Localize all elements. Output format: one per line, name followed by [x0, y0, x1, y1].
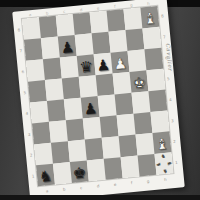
square-b2[interactable] [51, 141, 70, 164]
square-e1[interactable] [104, 157, 123, 180]
square-a7[interactable] [24, 38, 43, 61]
square-e5[interactable] [96, 74, 115, 97]
square-h5[interactable] [146, 69, 165, 92]
square-f1[interactable] [121, 156, 140, 179]
chess-mat: abcdefgh 87654321 ♝♟♛♟♟♚♟♝♞♚♞♞♞♞ 8765432… [12, 0, 185, 200]
file-label-g: g [147, 178, 150, 183]
square-c8[interactable] [56, 14, 75, 37]
piece-black-pawn[interactable]: ♟ [81, 96, 100, 119]
square-b8[interactable] [39, 16, 58, 39]
square-g1[interactable] [138, 154, 157, 177]
piece-black-king[interactable]: ♚ [70, 160, 89, 183]
square-c2[interactable] [68, 140, 87, 163]
square-e6[interactable]: ♟ [94, 53, 113, 76]
square-d3[interactable] [83, 117, 102, 140]
piece-white-bishop[interactable]: ♝ [152, 131, 171, 154]
piece-white-king[interactable]: ♚ [129, 70, 148, 93]
square-a4[interactable] [30, 101, 49, 124]
square-g8[interactable] [123, 8, 142, 31]
file-label-b: b [46, 10, 49, 15]
board-grid: ♝♟♛♟♟♚♟♝♞♚♞♞♞♞ [22, 6, 173, 186]
file-label-c: c [63, 9, 66, 14]
square-d4[interactable]: ♟ [81, 96, 100, 119]
square-f3[interactable] [117, 114, 136, 137]
square-c1[interactable]: ♚ [70, 160, 89, 183]
rank-label-8: 8 [158, 5, 166, 26]
file-label-h: h [147, 1, 150, 6]
square-h2[interactable]: ♝ [152, 131, 171, 154]
square-b4[interactable] [47, 99, 66, 122]
square-a2[interactable] [34, 143, 53, 166]
square-f2[interactable] [119, 135, 138, 158]
square-a6[interactable] [26, 59, 45, 82]
square-d2[interactable] [85, 138, 104, 161]
file-label-d: d [97, 183, 100, 188]
knight-icon: ♞ [161, 154, 166, 160]
photo-bottom-edge [0, 195, 200, 200]
square-h1[interactable]: ♞♞♞♞ [154, 152, 173, 175]
square-e4[interactable] [98, 94, 117, 117]
square-c6[interactable] [60, 56, 79, 79]
square-e7[interactable] [92, 32, 111, 55]
rank-label-1: 1 [172, 152, 180, 173]
piece-white-bishop[interactable]: ♝ [140, 6, 159, 29]
square-g2[interactable] [136, 133, 155, 156]
square-c4[interactable] [64, 98, 83, 121]
square-h3[interactable] [150, 110, 169, 133]
square-c5[interactable] [62, 77, 81, 100]
file-label-a: a [29, 12, 32, 17]
square-e2[interactable] [102, 136, 121, 159]
piece-black-queen[interactable]: ♛ [77, 54, 96, 77]
square-f6[interactable]: ♟ [111, 51, 130, 74]
square-f8[interactable] [107, 9, 126, 32]
square-b7[interactable] [41, 37, 60, 60]
square-c7[interactable]: ♟ [58, 35, 77, 58]
square-h8[interactable]: ♝ [140, 6, 159, 29]
brand-script-text: Cavalier [165, 43, 174, 72]
square-b5[interactable] [45, 78, 64, 101]
file-label-b: b [63, 187, 66, 192]
rank-label-3: 3 [168, 110, 176, 131]
square-b3[interactable] [49, 120, 68, 143]
file-label-a: a [46, 188, 49, 193]
file-label-h: h [164, 177, 167, 182]
file-label-c: c [80, 185, 83, 190]
knight-icon: ♞ [162, 167, 167, 173]
square-h7[interactable] [142, 27, 161, 50]
piece-black-pawn[interactable]: ♟ [94, 53, 113, 76]
square-e3[interactable] [100, 115, 119, 138]
square-g4[interactable] [132, 91, 151, 114]
piece-black-knight[interactable]: ♞ [36, 164, 55, 187]
square-a8[interactable] [22, 17, 41, 40]
file-label-e: e [97, 6, 100, 11]
square-c3[interactable] [66, 119, 85, 142]
square-h6[interactable] [144, 48, 163, 71]
square-f4[interactable] [115, 93, 134, 116]
square-f7[interactable] [109, 30, 128, 53]
knight-icon: ♞ [166, 160, 172, 165]
file-label-f: f [114, 4, 116, 9]
rank-label-4: 4 [166, 89, 174, 110]
square-h4[interactable] [148, 90, 167, 113]
square-d1[interactable] [87, 159, 106, 182]
square-g5[interactable]: ♚ [129, 70, 148, 93]
square-d6[interactable]: ♛ [77, 54, 96, 77]
file-label-e: e [114, 182, 117, 187]
knight-icon: ♞ [156, 161, 162, 166]
square-d5[interactable] [79, 75, 98, 98]
knight-pinwheel-logo-icon: ♞♞♞♞ [156, 153, 173, 173]
file-label-d: d [80, 7, 83, 12]
square-d7[interactable] [75, 33, 94, 56]
piece-white-pawn[interactable]: ♟ [111, 51, 130, 74]
square-a3[interactable] [32, 122, 51, 145]
photo-background: abcdefgh 87654321 ♝♟♛♟♟♚♟♝♞♚♞♞♞♞ 8765432… [0, 0, 200, 200]
square-g7[interactable] [125, 28, 144, 51]
piece-black-pawn[interactable]: ♟ [58, 35, 77, 58]
square-a5[interactable] [28, 80, 47, 103]
square-a1[interactable]: ♞ [36, 164, 55, 187]
square-b1[interactable] [53, 162, 72, 185]
square-f5[interactable] [113, 72, 132, 95]
square-d8[interactable] [73, 12, 92, 35]
square-b6[interactable] [43, 58, 62, 81]
file-label-f: f [131, 180, 133, 185]
file-label-g: g [130, 2, 133, 7]
square-g6[interactable] [127, 49, 146, 72]
square-e8[interactable] [90, 11, 109, 34]
rank-label-2: 2 [170, 131, 178, 152]
square-g3[interactable] [134, 112, 153, 135]
